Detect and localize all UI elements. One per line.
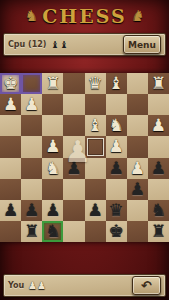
square-e8[interactable] bbox=[63, 221, 84, 242]
square-d4[interactable] bbox=[85, 136, 106, 157]
square-h6[interactable] bbox=[0, 179, 21, 200]
square-a5[interactable]: ♟ bbox=[148, 158, 169, 179]
white-pawn-b5[interactable]: ♟ bbox=[130, 160, 145, 177]
square-h5[interactable] bbox=[0, 158, 21, 179]
white-pawn-g2[interactable]: ♟ bbox=[24, 96, 39, 113]
title-bar: ♞ CHESS ♞ bbox=[0, 2, 169, 30]
captured-white-pawn-icon: ♟ bbox=[37, 281, 46, 291]
chess-board[interactable]: ♚♜♛♝♜♟♟♝♞♟♟♟♞♟♟♟♟♟♟♟♟♟♛♞♜♞♚♜♟ bbox=[0, 73, 169, 242]
black-king-c8[interactable]: ♚ bbox=[109, 223, 124, 240]
black-pawn-a5[interactable]: ♟ bbox=[151, 160, 166, 177]
menu-button[interactable]: Menu bbox=[123, 35, 161, 54]
black-pawn-b6[interactable]: ♟ bbox=[130, 181, 145, 198]
square-g3[interactable] bbox=[21, 115, 42, 136]
black-pawn-e5[interactable]: ♟ bbox=[66, 160, 81, 177]
black-pawn-d7[interactable]: ♟ bbox=[87, 202, 102, 219]
square-g8[interactable]: ♜ bbox=[21, 221, 42, 242]
square-e2[interactable] bbox=[63, 94, 84, 115]
black-pawn-f7[interactable]: ♟ bbox=[45, 202, 60, 219]
square-h3[interactable] bbox=[0, 115, 21, 136]
square-h4[interactable] bbox=[0, 136, 21, 157]
white-knight-f5[interactable]: ♞ bbox=[45, 160, 60, 177]
square-a8[interactable]: ♜ bbox=[148, 221, 169, 242]
square-c8[interactable]: ♚ bbox=[106, 221, 127, 242]
square-f2[interactable] bbox=[42, 94, 63, 115]
square-e4[interactable] bbox=[63, 136, 84, 157]
square-f8[interactable]: ♞ bbox=[42, 221, 63, 242]
you-player-bar: You ♟♟ ↶ bbox=[3, 274, 166, 297]
square-d2[interactable] bbox=[85, 94, 106, 115]
app-title: CHESS bbox=[42, 5, 127, 27]
white-pawn-h2[interactable]: ♟ bbox=[3, 96, 18, 113]
cpu-captured-pieces: ♝♝ bbox=[51, 40, 69, 50]
white-pawn-c4[interactable]: ♟ bbox=[109, 138, 124, 155]
square-f3[interactable] bbox=[42, 115, 63, 136]
square-h2[interactable]: ♟ bbox=[0, 94, 21, 115]
square-a3[interactable]: ♟ bbox=[148, 115, 169, 136]
square-d5[interactable] bbox=[85, 158, 106, 179]
square-b1[interactable] bbox=[127, 73, 148, 94]
white-bishop-c1[interactable]: ♝ bbox=[109, 75, 124, 92]
square-a7[interactable]: ♞ bbox=[148, 200, 169, 221]
chess-app-screen: ♞ CHESS ♞ Cpu (12) ♝♝ Menu ♚♜♛♝♜♟♟♝♞♟♟♟♞… bbox=[0, 0, 169, 300]
square-c3[interactable]: ♞ bbox=[106, 115, 127, 136]
white-queen-d1[interactable]: ♛ bbox=[87, 75, 102, 92]
square-d8[interactable] bbox=[85, 221, 106, 242]
square-a1[interactable]: ♜ bbox=[148, 73, 169, 94]
square-g7[interactable]: ♟ bbox=[21, 200, 42, 221]
white-pawn-a3[interactable]: ♟ bbox=[151, 117, 166, 134]
square-c2[interactable] bbox=[106, 94, 127, 115]
square-f5[interactable]: ♞ bbox=[42, 158, 63, 179]
white-pawn-f4[interactable]: ♟ bbox=[45, 138, 60, 155]
white-rook-f1[interactable]: ♜ bbox=[45, 75, 60, 92]
square-c7[interactable]: ♛ bbox=[106, 200, 127, 221]
you-player-label: You bbox=[8, 281, 24, 290]
black-rook-g8[interactable]: ♜ bbox=[24, 223, 39, 240]
black-queen-c7[interactable]: ♛ bbox=[109, 202, 124, 219]
square-h7[interactable]: ♟ bbox=[0, 200, 21, 221]
square-b8[interactable] bbox=[127, 221, 148, 242]
white-bishop-d3[interactable]: ♝ bbox=[87, 117, 102, 134]
square-a6[interactable] bbox=[148, 179, 169, 200]
knight-emblem-right-icon: ♞ bbox=[131, 9, 144, 24]
you-captured-pieces: ♟♟ bbox=[28, 281, 46, 291]
undo-button[interactable]: ↶ bbox=[132, 276, 161, 295]
square-d7[interactable]: ♟ bbox=[85, 200, 106, 221]
square-e7[interactable] bbox=[63, 200, 84, 221]
square-h8[interactable] bbox=[0, 221, 21, 242]
black-knight-a7[interactable]: ♞ bbox=[151, 202, 166, 219]
square-g6[interactable] bbox=[21, 179, 42, 200]
cpu-player-bar: Cpu (12) ♝♝ Menu bbox=[3, 33, 166, 56]
square-d3[interactable]: ♝ bbox=[85, 115, 106, 136]
black-knight-f8[interactable]: ♞ bbox=[45, 223, 60, 240]
black-pawn-h7[interactable]: ♟ bbox=[3, 202, 18, 219]
square-a4[interactable] bbox=[148, 136, 169, 157]
square-e5[interactable]: ♟ bbox=[63, 158, 84, 179]
square-f6[interactable] bbox=[42, 179, 63, 200]
square-b7[interactable] bbox=[127, 200, 148, 221]
captured-black-bishop-icon: ♝ bbox=[60, 40, 69, 50]
square-g1[interactable] bbox=[21, 73, 42, 94]
square-e1[interactable] bbox=[63, 73, 84, 94]
square-b6[interactable]: ♟ bbox=[127, 179, 148, 200]
square-b5[interactable]: ♟ bbox=[127, 158, 148, 179]
cpu-player-label: Cpu (12) bbox=[8, 40, 47, 49]
square-h1[interactable]: ♚ bbox=[0, 73, 21, 94]
square-g2[interactable]: ♟ bbox=[21, 94, 42, 115]
black-rook-a8[interactable]: ♜ bbox=[151, 223, 166, 240]
square-f1[interactable]: ♜ bbox=[42, 73, 63, 94]
square-a2[interactable] bbox=[148, 94, 169, 115]
square-g5[interactable] bbox=[21, 158, 42, 179]
black-pawn-g7[interactable]: ♟ bbox=[24, 202, 39, 219]
square-c4[interactable]: ♟ bbox=[106, 136, 127, 157]
captured-black-bishop-icon: ♝ bbox=[51, 40, 60, 50]
square-b4[interactable] bbox=[127, 136, 148, 157]
knight-emblem-left-icon: ♞ bbox=[25, 9, 38, 24]
black-pawn-c5[interactable]: ♟ bbox=[109, 160, 124, 177]
square-d6[interactable] bbox=[85, 179, 106, 200]
white-rook-a1[interactable]: ♜ bbox=[151, 75, 166, 92]
square-b3[interactable] bbox=[127, 115, 148, 136]
square-b2[interactable] bbox=[127, 94, 148, 115]
square-c1[interactable]: ♝ bbox=[106, 73, 127, 94]
square-e3[interactable] bbox=[63, 115, 84, 136]
white-knight-c3[interactable]: ♞ bbox=[109, 117, 124, 134]
white-king-h1[interactable]: ♚ bbox=[3, 75, 18, 92]
square-f7[interactable]: ♟ bbox=[42, 200, 63, 221]
square-c5[interactable]: ♟ bbox=[106, 158, 127, 179]
square-g4[interactable] bbox=[21, 136, 42, 157]
square-d1[interactable]: ♛ bbox=[85, 73, 106, 94]
square-c6[interactable] bbox=[106, 179, 127, 200]
captured-white-pawn-icon: ♟ bbox=[28, 281, 37, 291]
square-e6[interactable] bbox=[63, 179, 84, 200]
square-f4[interactable]: ♟ bbox=[42, 136, 63, 157]
